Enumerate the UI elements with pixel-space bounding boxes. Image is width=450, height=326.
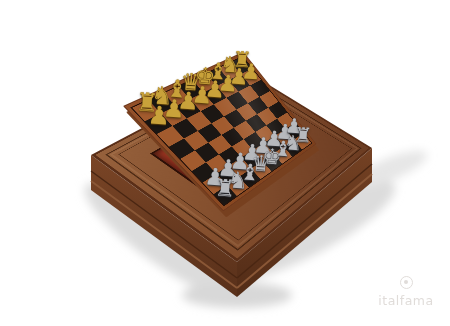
brand-name: italfama <box>366 294 446 308</box>
product-photo-stage: ♜♞♝♛♚♝♞♜♟♟♟♟♟♟♟♟♟♟♟♟♟♟♟♟♜♞♝♛♚♝♞♜ italfam… <box>0 0 450 326</box>
brand-logo-icon <box>400 276 413 289</box>
brand-watermark: italfama <box>366 274 446 308</box>
